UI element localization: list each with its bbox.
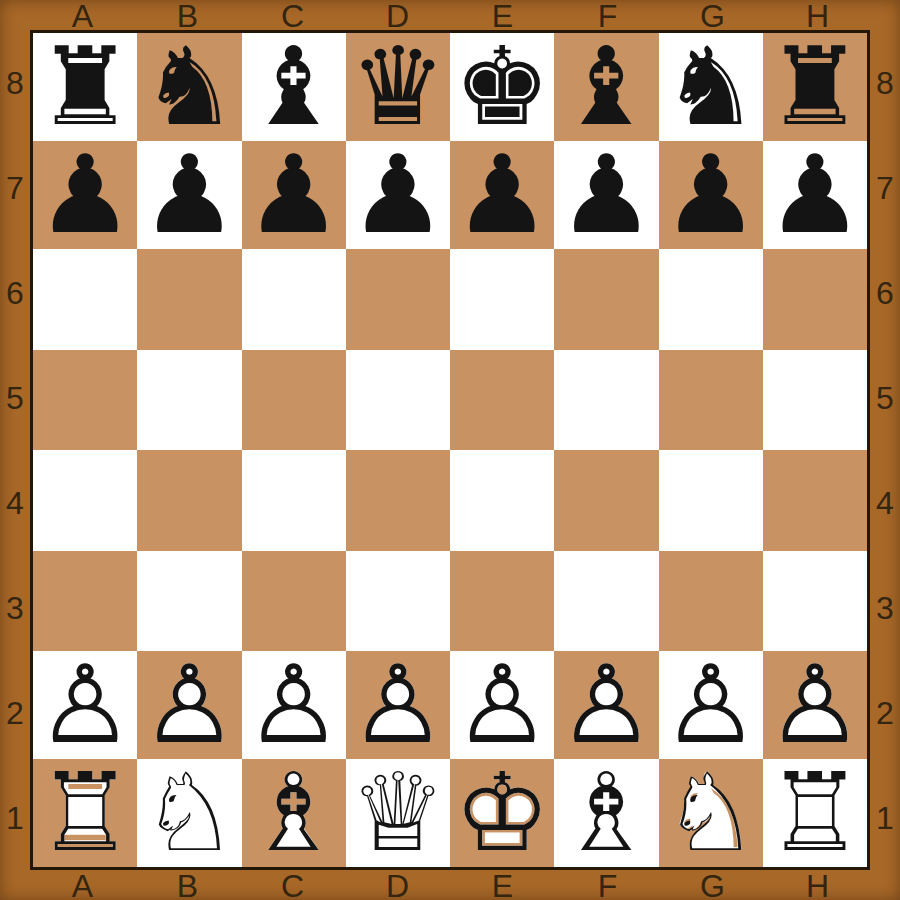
piece-white-pawn[interactable]: ♟♙ (37, 651, 134, 759)
rank-label-8-right: 8 (870, 30, 900, 135)
file-label-b-bottom: B (135, 870, 240, 900)
square-d7[interactable]: ♟ (346, 141, 450, 249)
rank-label-2-left: 2 (0, 660, 30, 765)
piece-white-bishop[interactable]: ♝♗ (245, 759, 342, 867)
rank-label-8-left: 8 (0, 30, 30, 135)
file-label-c-bottom: C (240, 870, 345, 900)
piece-outline-layer: ♙ (141, 651, 238, 759)
square-e3[interactable] (450, 551, 554, 652)
square-h8[interactable]: ♜ (763, 33, 867, 141)
rank-labels-left: 87654321 (0, 30, 30, 870)
square-c6[interactable] (242, 249, 346, 350)
square-d6[interactable] (346, 249, 450, 350)
square-g8[interactable]: ♞ (659, 33, 763, 141)
square-c7[interactable]: ♟ (242, 141, 346, 249)
square-h5[interactable] (763, 350, 867, 451)
piece-white-pawn[interactable]: ♟♙ (349, 651, 446, 759)
square-d5[interactable] (346, 350, 450, 451)
piece-white-rook[interactable]: ♜♖ (766, 759, 863, 867)
piece-black-pawn[interactable]: ♟ (245, 141, 342, 249)
piece-black-bishop[interactable]: ♝ (558, 33, 655, 141)
square-a8[interactable]: ♜ (33, 33, 137, 141)
square-f1[interactable]: ♝♗ (554, 759, 658, 867)
piece-white-pawn[interactable]: ♟♙ (141, 651, 238, 759)
square-a2[interactable]: ♟♙ (33, 651, 137, 759)
piece-black-pawn[interactable]: ♟ (141, 141, 238, 249)
square-a1[interactable]: ♜♖ (33, 759, 137, 867)
square-e6[interactable] (450, 249, 554, 350)
square-c2[interactable]: ♟♙ (242, 651, 346, 759)
square-a4[interactable] (33, 450, 137, 551)
piece-outline-layer: ♘ (141, 759, 238, 867)
piece-black-knight[interactable]: ♞ (141, 33, 238, 141)
square-e7[interactable]: ♟ (450, 141, 554, 249)
square-e4[interactable] (450, 450, 554, 551)
rank-label-4-right: 4 (870, 450, 900, 555)
square-c4[interactable] (242, 450, 346, 551)
rank-label-3-right: 3 (870, 555, 900, 660)
piece-white-pawn[interactable]: ♟♙ (662, 651, 759, 759)
file-label-h-bottom: H (765, 870, 870, 900)
square-h6[interactable] (763, 249, 867, 350)
piece-outline-layer: ♙ (245, 651, 342, 759)
piece-black-pawn[interactable]: ♟ (37, 141, 134, 249)
file-label-g-bottom: G (660, 870, 765, 900)
piece-black-king[interactable]: ♚ (454, 33, 551, 141)
square-g4[interactable] (659, 450, 763, 551)
piece-black-rook[interactable]: ♜ (766, 33, 863, 141)
square-f2[interactable]: ♟♙ (554, 651, 658, 759)
square-d8[interactable]: ♛ (346, 33, 450, 141)
square-a7[interactable]: ♟ (33, 141, 137, 249)
square-b3[interactable] (137, 551, 241, 652)
square-f4[interactable] (554, 450, 658, 551)
piece-outline-layer: ♗ (558, 759, 655, 867)
piece-black-rook[interactable]: ♜ (37, 33, 134, 141)
square-h1[interactable]: ♜♖ (763, 759, 867, 867)
square-b5[interactable] (137, 350, 241, 451)
piece-white-pawn[interactable]: ♟♙ (454, 651, 551, 759)
rank-label-1-left: 1 (0, 765, 30, 870)
piece-outline-layer: ♙ (558, 651, 655, 759)
piece-white-pawn[interactable]: ♟♙ (245, 651, 342, 759)
square-g6[interactable] (659, 249, 763, 350)
frame-corner-top-left (0, 0, 30, 30)
piece-outline-layer: ♙ (349, 651, 446, 759)
square-h7[interactable]: ♟ (763, 141, 867, 249)
piece-outline-layer: ♔ (454, 759, 551, 867)
square-d1[interactable]: ♛♕ (346, 759, 450, 867)
square-f7[interactable]: ♟ (554, 141, 658, 249)
piece-outline-layer: ♙ (662, 651, 759, 759)
file-label-d-bottom: D (345, 870, 450, 900)
piece-white-knight[interactable]: ♞♘ (141, 759, 238, 867)
frame-corner-bottom-left (0, 870, 30, 900)
square-d2[interactable]: ♟♙ (346, 651, 450, 759)
square-f8[interactable]: ♝ (554, 33, 658, 141)
square-g3[interactable] (659, 551, 763, 652)
square-c1[interactable]: ♝♗ (242, 759, 346, 867)
square-f3[interactable] (554, 551, 658, 652)
file-label-a-bottom: A (30, 870, 135, 900)
square-h4[interactable] (763, 450, 867, 551)
frame-corner-top-right (870, 0, 900, 30)
square-a5[interactable] (33, 350, 137, 451)
square-b7[interactable]: ♟ (137, 141, 241, 249)
square-a6[interactable] (33, 249, 137, 350)
rank-label-2-right: 2 (870, 660, 900, 765)
rank-label-5-left: 5 (0, 345, 30, 450)
square-f6[interactable] (554, 249, 658, 350)
square-b6[interactable] (137, 249, 241, 350)
piece-outline-layer: ♙ (454, 651, 551, 759)
file-label-f-bottom: F (555, 870, 660, 900)
piece-black-queen[interactable]: ♛ (349, 33, 446, 141)
rank-label-7-left: 7 (0, 135, 30, 240)
square-e1[interactable]: ♚♔ (450, 759, 554, 867)
square-e2[interactable]: ♟♙ (450, 651, 554, 759)
piece-black-pawn[interactable]: ♟ (662, 141, 759, 249)
square-e8[interactable]: ♚ (450, 33, 554, 141)
piece-white-king[interactable]: ♚♔ (454, 759, 551, 867)
square-b4[interactable] (137, 450, 241, 551)
piece-outline-layer: ♗ (245, 759, 342, 867)
square-g5[interactable] (659, 350, 763, 451)
square-g7[interactable]: ♟ (659, 141, 763, 249)
rank-label-7-right: 7 (870, 135, 900, 240)
piece-outline-layer: ♘ (662, 759, 759, 867)
square-h3[interactable] (763, 551, 867, 652)
piece-outline-layer: ♕ (349, 759, 446, 867)
rank-label-1-right: 1 (870, 765, 900, 870)
file-labels-bottom: ABCDEFGH (30, 870, 870, 900)
square-d3[interactable] (346, 551, 450, 652)
square-h2[interactable]: ♟♙ (763, 651, 867, 759)
frame-corner-bottom-right (870, 870, 900, 900)
square-c8[interactable]: ♝ (242, 33, 346, 141)
piece-white-knight[interactable]: ♞♘ (662, 759, 759, 867)
square-g2[interactable]: ♟♙ (659, 651, 763, 759)
chess-board: ♜♞♝♛♚♝♞♜♟♟♟♟♟♟♟♟♟♙♟♙♟♙♟♙♟♙♟♙♟♙♟♙♜♖♞♘♝♗♛♕… (30, 30, 870, 870)
square-b2[interactable]: ♟♙ (137, 651, 241, 759)
piece-black-pawn[interactable]: ♟ (454, 141, 551, 249)
file-label-e-bottom: E (450, 870, 555, 900)
piece-black-pawn[interactable]: ♟ (349, 141, 446, 249)
piece-outline-layer: ♙ (37, 651, 134, 759)
square-g1[interactable]: ♞♘ (659, 759, 763, 867)
rank-label-3-left: 3 (0, 555, 30, 660)
square-b1[interactable]: ♞♘ (137, 759, 241, 867)
square-e5[interactable] (450, 350, 554, 451)
square-c5[interactable] (242, 350, 346, 451)
square-c3[interactable] (242, 551, 346, 652)
square-a3[interactable] (33, 551, 137, 652)
square-b8[interactable]: ♞ (137, 33, 241, 141)
piece-white-rook[interactable]: ♜♖ (37, 759, 134, 867)
rank-label-6-right: 6 (870, 240, 900, 345)
piece-white-bishop[interactable]: ♝♗ (558, 759, 655, 867)
piece-black-bishop[interactable]: ♝ (245, 33, 342, 141)
piece-white-pawn[interactable]: ♟♙ (558, 651, 655, 759)
piece-white-pawn[interactable]: ♟♙ (766, 651, 863, 759)
piece-outline-layer: ♖ (766, 759, 863, 867)
board-frame: ABCDEFGH 87654321 ♜♞♝♛♚♝♞♜♟♟♟♟♟♟♟♟♟♙♟♙♟♙… (0, 0, 900, 900)
piece-black-pawn[interactable]: ♟ (558, 141, 655, 249)
piece-outline-layer: ♖ (37, 759, 134, 867)
rank-label-6-left: 6 (0, 240, 30, 345)
rank-labels-right: 87654321 (870, 30, 900, 870)
rank-label-4-left: 4 (0, 450, 30, 555)
piece-outline-layer: ♙ (766, 651, 863, 759)
piece-black-pawn[interactable]: ♟ (766, 141, 863, 249)
rank-label-5-right: 5 (870, 345, 900, 450)
piece-black-knight[interactable]: ♞ (662, 33, 759, 141)
square-d4[interactable] (346, 450, 450, 551)
square-f5[interactable] (554, 350, 658, 451)
piece-white-queen[interactable]: ♛♕ (349, 759, 446, 867)
